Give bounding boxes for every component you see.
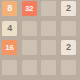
empty-cell-r1c2 <box>41 21 56 36</box>
tile-8-r0c0: 8 <box>2 1 17 16</box>
empty-cell-r2c1 <box>22 40 37 55</box>
empty-cell-r1c3 <box>61 21 76 36</box>
empty-cell-r3c2 <box>41 60 56 75</box>
tile-32-r0c1: 32 <box>22 1 37 16</box>
empty-cell-r2c2 <box>41 40 56 55</box>
2048-board[interactable]: 83224162 <box>0 0 80 80</box>
empty-cell-r3c3 <box>61 60 76 75</box>
tile-2-r2c3: 2 <box>61 40 76 55</box>
tile-2-r0c3: 2 <box>61 1 76 16</box>
empty-cell-r3c0 <box>2 60 17 75</box>
tile-16-r2c0: 16 <box>2 40 17 55</box>
tile-4-r1c0: 4 <box>2 21 17 36</box>
empty-cell-r3c1 <box>22 60 37 75</box>
empty-cell-r1c1 <box>22 21 37 36</box>
empty-cell-r0c2 <box>41 1 56 16</box>
